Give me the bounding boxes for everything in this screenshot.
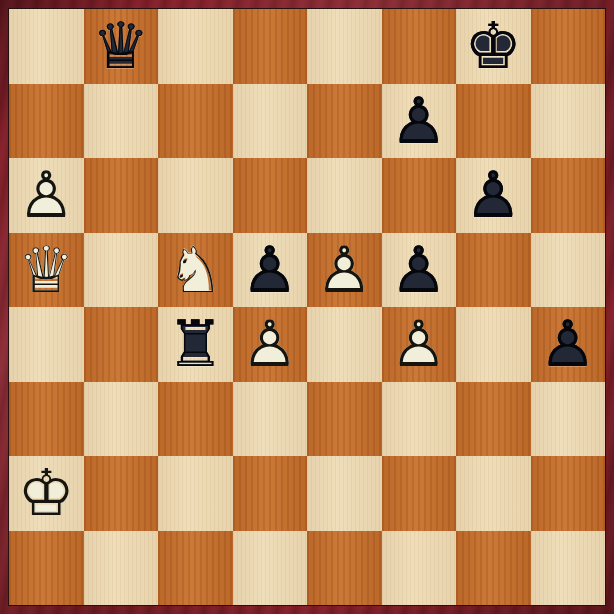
square-d8[interactable] (233, 9, 308, 84)
square-f8[interactable] (382, 9, 457, 84)
square-d1[interactable] (233, 531, 308, 606)
board-frame: ♛♕♚♔♟♙♟♙♟♙♛♕♞♘♟♙♟♙♟♙♜♖♟♙♟♙♟♙♚♔ (0, 0, 614, 614)
white-pawn-outline-icon: ♙ (307, 233, 382, 308)
piece-white-pawn-d4[interactable]: ♟♙ (233, 307, 308, 382)
square-c8[interactable] (158, 9, 233, 84)
piece-black-pawn-f7[interactable]: ♟♙ (382, 84, 457, 159)
piece-white-pawn-f4[interactable]: ♟♙ (382, 307, 457, 382)
square-f6[interactable] (382, 158, 457, 233)
square-e7[interactable] (307, 84, 382, 159)
square-c3[interactable] (158, 382, 233, 457)
piece-white-king-a2[interactable]: ♚♔ (9, 456, 84, 531)
square-c1[interactable] (158, 531, 233, 606)
square-g4[interactable] (456, 307, 531, 382)
white-queen-outline-icon: ♕ (9, 233, 84, 308)
piece-black-pawn-h4[interactable]: ♟♙ (531, 307, 606, 382)
piece-white-pawn-e5[interactable]: ♟♙ (307, 233, 382, 308)
square-b7[interactable] (84, 84, 159, 159)
square-f1[interactable] (382, 531, 457, 606)
black-king-outline-icon: ♔ (456, 9, 531, 84)
piece-black-rook-c4[interactable]: ♜♖ (158, 307, 233, 382)
piece-black-pawn-g6[interactable]: ♟♙ (456, 158, 531, 233)
square-d6[interactable] (233, 158, 308, 233)
square-f4[interactable]: ♟♙ (382, 307, 457, 382)
square-g2[interactable] (456, 456, 531, 531)
square-f3[interactable] (382, 382, 457, 457)
square-c7[interactable] (158, 84, 233, 159)
square-h4[interactable]: ♟♙ (531, 307, 606, 382)
piece-black-pawn-f5[interactable]: ♟♙ (382, 233, 457, 308)
white-king-outline-icon: ♔ (9, 456, 84, 531)
white-pawn-outline-icon: ♙ (9, 158, 84, 233)
black-pawn-outline-icon: ♙ (456, 158, 531, 233)
square-f2[interactable] (382, 456, 457, 531)
square-f5[interactable]: ♟♙ (382, 233, 457, 308)
square-g6[interactable]: ♟♙ (456, 158, 531, 233)
square-g1[interactable] (456, 531, 531, 606)
square-c4[interactable]: ♜♖ (158, 307, 233, 382)
square-d4[interactable]: ♟♙ (233, 307, 308, 382)
square-h2[interactable] (531, 456, 606, 531)
square-c2[interactable] (158, 456, 233, 531)
square-d5[interactable]: ♟♙ (233, 233, 308, 308)
square-a2[interactable]: ♚♔ (9, 456, 84, 531)
square-a8[interactable] (9, 9, 84, 84)
square-g8[interactable]: ♚♔ (456, 9, 531, 84)
square-b2[interactable] (84, 456, 159, 531)
square-e3[interactable] (307, 382, 382, 457)
square-e2[interactable] (307, 456, 382, 531)
square-a3[interactable] (9, 382, 84, 457)
black-pawn-outline-icon: ♙ (531, 307, 606, 382)
square-b1[interactable] (84, 531, 159, 606)
square-a5[interactable]: ♛♕ (9, 233, 84, 308)
black-queen-outline-icon: ♕ (84, 9, 159, 84)
square-h3[interactable] (531, 382, 606, 457)
white-pawn-outline-icon: ♙ (382, 307, 457, 382)
square-b3[interactable] (84, 382, 159, 457)
piece-white-queen-a5[interactable]: ♛♕ (9, 233, 84, 308)
square-b6[interactable] (84, 158, 159, 233)
square-b4[interactable] (84, 307, 159, 382)
piece-black-king-g8[interactable]: ♚♔ (456, 9, 531, 84)
square-f7[interactable]: ♟♙ (382, 84, 457, 159)
square-e5[interactable]: ♟♙ (307, 233, 382, 308)
piece-white-knight-c5[interactable]: ♞♘ (158, 233, 233, 308)
square-h7[interactable] (531, 84, 606, 159)
square-h1[interactable] (531, 531, 606, 606)
black-pawn-outline-icon: ♙ (233, 233, 308, 308)
square-e6[interactable] (307, 158, 382, 233)
square-h6[interactable] (531, 158, 606, 233)
square-g7[interactable] (456, 84, 531, 159)
square-c6[interactable] (158, 158, 233, 233)
square-e4[interactable] (307, 307, 382, 382)
square-a1[interactable] (9, 531, 84, 606)
square-a7[interactable] (9, 84, 84, 159)
square-g3[interactable] (456, 382, 531, 457)
piece-black-pawn-d5[interactable]: ♟♙ (233, 233, 308, 308)
square-h5[interactable] (531, 233, 606, 308)
square-d2[interactable] (233, 456, 308, 531)
square-g5[interactable] (456, 233, 531, 308)
black-pawn-outline-icon: ♙ (382, 84, 457, 159)
square-e8[interactable] (307, 9, 382, 84)
square-b8[interactable]: ♛♕ (84, 9, 159, 84)
black-rook-outline-icon: ♖ (158, 307, 233, 382)
square-c5[interactable]: ♞♘ (158, 233, 233, 308)
piece-black-queen-b8[interactable]: ♛♕ (84, 9, 159, 84)
square-e1[interactable] (307, 531, 382, 606)
square-a4[interactable] (9, 307, 84, 382)
black-pawn-outline-icon: ♙ (382, 233, 457, 308)
square-a6[interactable]: ♟♙ (9, 158, 84, 233)
chess-board: ♛♕♚♔♟♙♟♙♟♙♛♕♞♘♟♙♟♙♟♙♜♖♟♙♟♙♟♙♚♔ (8, 8, 606, 606)
square-d7[interactable] (233, 84, 308, 159)
square-h8[interactable] (531, 9, 606, 84)
white-pawn-outline-icon: ♙ (233, 307, 308, 382)
square-d3[interactable] (233, 382, 308, 457)
square-b5[interactable] (84, 233, 159, 308)
white-knight-outline-icon: ♘ (158, 233, 233, 308)
piece-white-pawn-a6[interactable]: ♟♙ (9, 158, 84, 233)
